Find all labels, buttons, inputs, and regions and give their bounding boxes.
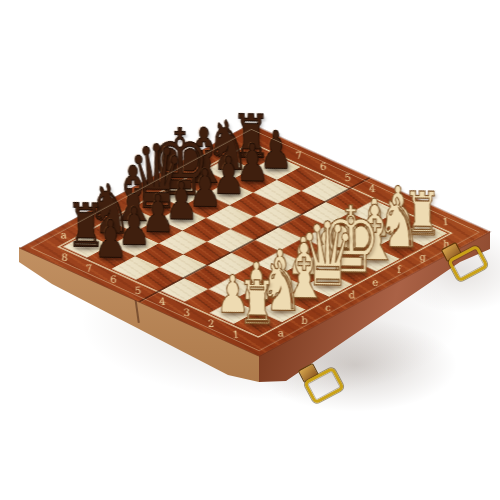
rank-label-3-left-text: 3 bbox=[183, 308, 190, 318]
rank-label-6-right-text: 6 bbox=[320, 162, 327, 172]
pawn-glyph: ♟ bbox=[94, 213, 128, 265]
rank-label-4-left-text: 4 bbox=[159, 297, 166, 307]
rank-label-7-right-text: 7 bbox=[295, 151, 302, 161]
rank-label-2-left-text: 2 bbox=[208, 319, 215, 329]
rank-label-5-left-text: 5 bbox=[135, 286, 142, 296]
rank-label-1-right-text: 1 bbox=[442, 217, 449, 227]
chess-set-photo: 1122334455667788aabbccddeeffgghh ♜♞♟♝♟♚♟… bbox=[0, 0, 500, 500]
rook-glyph: ♜ bbox=[238, 272, 277, 333]
file-label-a-bottom-text: a bbox=[278, 328, 284, 338]
chess-board: 1122334455667788aabbccddeeffgghh ♜♞♟♝♟♚♟… bbox=[20, 124, 489, 356]
rank-label-6-left-text: 6 bbox=[110, 275, 117, 285]
rank-label-5-right-text: 5 bbox=[344, 173, 351, 183]
rank-label-7-left-text: 7 bbox=[86, 264, 93, 274]
